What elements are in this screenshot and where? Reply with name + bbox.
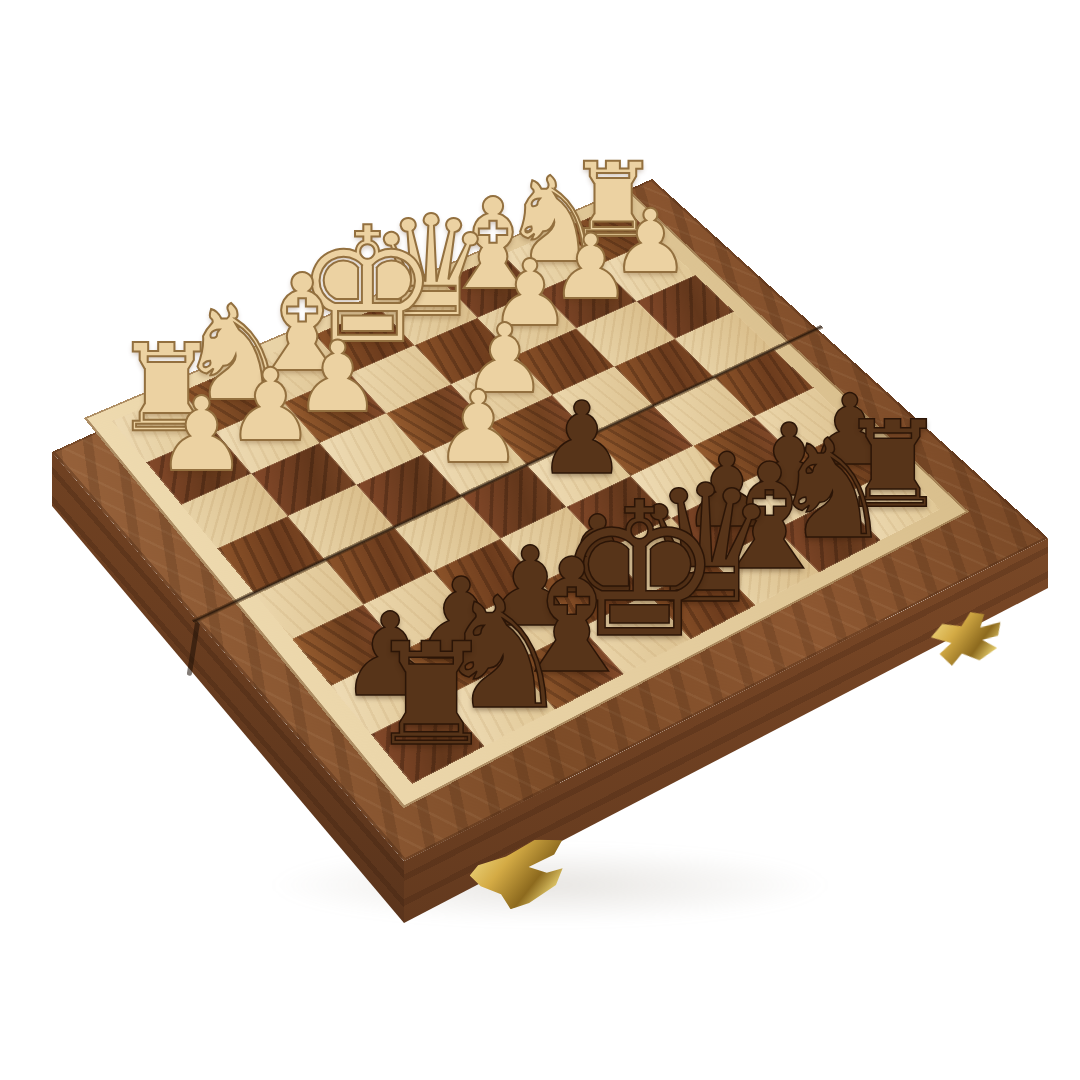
- piece-white-pawn-e4[interactable]: ♟: [433, 378, 523, 478]
- piece-white-pawn-h2[interactable]: ♟: [156, 384, 248, 487]
- piece-black-rook-h8[interactable]: ♜: [368, 624, 495, 766]
- chess-set-photo: ♜♞♝♛♚♝♞♜♟♟♟♟♟♟♟♟♜♞♝♛♚♝♞♜♟♟♟♟♟♟♟♟: [0, 0, 1080, 1080]
- pieces-layer: ♜♞♝♛♚♝♞♜♟♟♟♟♟♟♟♟♜♞♝♛♚♝♞♜♟♟♟♟♟♟♟♟: [0, 0, 1080, 1080]
